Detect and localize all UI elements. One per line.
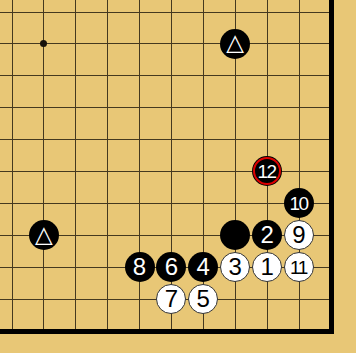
intersection-q3[interactable]: 3 [219,251,251,283]
intersection-o2[interactable]: 7 [155,283,187,315]
black-stone-o3[interactable]: 6 [156,252,186,282]
black-stone-r4[interactable]: 2 [252,220,282,250]
hoshi-dot [40,40,47,47]
black-stone-s5[interactable]: 10 [284,188,314,218]
move-number-label: 8 [133,255,146,279]
move-number-label: 9 [292,223,305,247]
intersection-q10[interactable]: △ [219,28,251,60]
intersection-r4[interactable]: 2 [251,219,283,251]
intersection-q4[interactable] [219,219,251,251]
white-stone-p2[interactable]: 5 [188,284,218,314]
move-number-label: 1 [260,255,273,279]
move-number-label: 6 [165,255,178,279]
black-stone-q4[interactable] [220,220,250,250]
move-number-label: 10 [289,194,307,213]
intersection-p2[interactable]: 5 [187,283,219,315]
intersection-s3[interactable]: 11 [283,251,315,283]
black-stone-n3[interactable]: 8 [125,252,155,282]
move-number-label: 12 [257,162,275,181]
triangle-marker-icon: △ [35,223,53,246]
black-stone-k4[interactable]: △ [29,220,59,250]
star-point-k10 [28,28,60,60]
triangle-marker-icon: △ [226,31,244,54]
intersection-p3[interactable]: 4 [187,251,219,283]
move-number-label: 3 [228,255,241,279]
move-number-label: 11 [290,258,307,277]
move-number-label: 4 [197,255,210,279]
go-board-diagram[interactable]: △△123456789101112 [0,0,356,353]
intersection-n3[interactable]: 8 [124,251,156,283]
intersection-o3[interactable]: 6 [155,251,187,283]
white-stone-s3[interactable]: 11 [284,252,314,282]
intersection-s4[interactable]: 9 [283,219,315,251]
move-number-label: 5 [197,287,210,311]
white-stone-r3[interactable]: 1 [252,252,282,282]
intersection-r6[interactable]: 12 [251,155,283,187]
black-stone-r6[interactable]: 12 [252,156,282,186]
intersection-k4[interactable]: △ [28,219,60,251]
move-number-label: 7 [165,287,178,311]
stones-grid: △△123456789101112 [0,0,347,347]
white-stone-o2[interactable]: 7 [156,284,186,314]
white-stone-q3[interactable]: 3 [220,252,250,282]
black-stone-q10[interactable]: △ [220,29,250,59]
move-number-label: 2 [260,223,273,247]
intersection-s5[interactable]: 10 [283,187,315,219]
black-stone-p3[interactable]: 4 [188,252,218,282]
white-stone-s4[interactable]: 9 [284,220,314,250]
intersection-r3[interactable]: 1 [251,251,283,283]
